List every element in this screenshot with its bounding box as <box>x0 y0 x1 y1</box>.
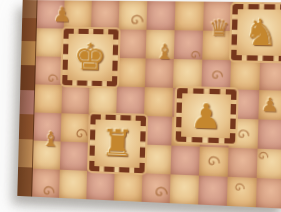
board-square <box>60 142 88 171</box>
spiral-motif-icon <box>256 150 269 163</box>
board-square <box>258 119 281 149</box>
board-square <box>142 145 171 175</box>
knight-piece-icon: ♞ <box>243 14 278 51</box>
board-square <box>117 58 146 87</box>
gallery-canvas: ♚♞♜♟♟♛♝♝♟ <box>17 0 281 209</box>
king-piece-icon: ♚ <box>73 39 107 76</box>
framed-king-square: ♚ <box>62 29 118 87</box>
board-square <box>118 29 147 58</box>
spiral-motif-icon <box>46 72 59 85</box>
spiral-motif-icon <box>188 49 201 62</box>
board-square <box>198 176 228 206</box>
board-square <box>173 59 202 89</box>
spiral-motif-icon <box>209 68 224 83</box>
small-bishop-icon: ♝ <box>41 129 59 150</box>
board-square <box>146 1 175 30</box>
rook-piece-icon: ♜ <box>100 125 134 163</box>
board-square <box>144 87 173 117</box>
spiral-motif-icon <box>128 12 145 29</box>
board-square <box>170 174 199 204</box>
pawn-piece-icon: ♟ <box>190 98 222 133</box>
framed-knight-square: ♞ <box>231 4 281 61</box>
board-square <box>230 60 260 90</box>
spiral-motif-icon <box>233 181 246 194</box>
small-pawn-icon: ♟ <box>261 95 279 114</box>
small-queen-icon: ♛ <box>208 17 230 40</box>
board-square <box>89 86 117 115</box>
board-square <box>91 1 119 30</box>
small-pawn-icon: ♟ <box>53 4 72 24</box>
board-square <box>175 1 204 30</box>
small-bishop-icon: ♝ <box>155 41 174 62</box>
spiral-motif-icon <box>73 126 89 142</box>
board-square <box>86 171 114 201</box>
chess-art-checkerboard: ♚♞♜♟♟♛♝♝♟ <box>32 0 281 209</box>
board-square <box>256 178 281 209</box>
framed-rook-square: ♜ <box>89 114 146 173</box>
spiral-motif-icon <box>41 183 56 199</box>
spiral-motif-icon <box>235 127 250 142</box>
spiral-motif-icon <box>152 184 169 201</box>
art-print-scene: ♚♞♜♟♟♛♝♝♟ <box>0 0 281 212</box>
board-square <box>228 148 258 178</box>
board-square <box>114 172 143 202</box>
board-square <box>59 170 87 199</box>
spiral-motif-icon <box>205 154 221 170</box>
board-square <box>61 85 89 114</box>
board-square <box>36 28 64 57</box>
board-square <box>259 61 281 91</box>
board-square <box>34 84 62 113</box>
framed-pawn-square: ♟ <box>176 88 237 144</box>
board-square <box>171 146 200 176</box>
board-square <box>116 86 145 115</box>
board-square <box>143 116 172 146</box>
